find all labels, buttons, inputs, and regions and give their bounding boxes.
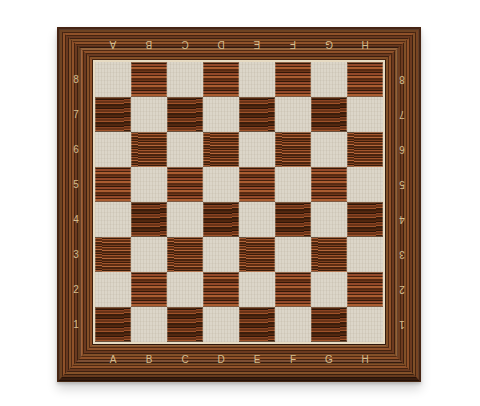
square-a3[interactable] [95, 237, 131, 272]
square-b1[interactable] [131, 307, 167, 342]
square-b3[interactable] [131, 237, 167, 272]
rank-label-right-6: 6 [383, 132, 421, 167]
square-d5[interactable] [203, 167, 239, 202]
square-f3[interactable] [275, 237, 311, 272]
file-label-top-b: B [131, 27, 167, 62]
square-a7[interactable] [95, 97, 131, 132]
square-c2[interactable] [167, 272, 203, 307]
square-g8[interactable] [311, 62, 347, 97]
board-grid [95, 62, 383, 342]
square-e3[interactable] [239, 237, 275, 272]
square-g6[interactable] [311, 132, 347, 167]
square-e6[interactable] [239, 132, 275, 167]
rank-label-left-6: 6 [57, 132, 95, 167]
square-b8[interactable] [131, 62, 167, 97]
square-a4[interactable] [95, 202, 131, 237]
square-f8[interactable] [275, 62, 311, 97]
rank-labels-right: 87654321 [383, 62, 421, 342]
square-g7[interactable] [311, 97, 347, 132]
square-h3[interactable] [347, 237, 383, 272]
rank-label-right-3: 3 [383, 237, 421, 272]
square-a6[interactable] [95, 132, 131, 167]
rank-label-left-4: 4 [57, 202, 95, 237]
chess-board: ABCDEFGH ABCDEFGH 87654321 87654321 [57, 27, 421, 382]
rank-label-right-2: 2 [383, 272, 421, 307]
square-e7[interactable] [239, 97, 275, 132]
square-h8[interactable] [347, 62, 383, 97]
square-c3[interactable] [167, 237, 203, 272]
square-a1[interactable] [95, 307, 131, 342]
square-g3[interactable] [311, 237, 347, 272]
file-label-bottom-d: D [203, 342, 239, 382]
file-labels-top: ABCDEFGH [95, 27, 383, 62]
rank-label-left-1: 1 [57, 307, 95, 342]
square-d3[interactable] [203, 237, 239, 272]
square-f5[interactable] [275, 167, 311, 202]
square-d2[interactable] [203, 272, 239, 307]
square-h7[interactable] [347, 97, 383, 132]
square-d1[interactable] [203, 307, 239, 342]
rank-label-right-8: 8 [383, 62, 421, 97]
square-h1[interactable] [347, 307, 383, 342]
file-label-top-h: H [347, 27, 383, 62]
square-f2[interactable] [275, 272, 311, 307]
square-g1[interactable] [311, 307, 347, 342]
square-h6[interactable] [347, 132, 383, 167]
square-d6[interactable] [203, 132, 239, 167]
square-e5[interactable] [239, 167, 275, 202]
square-g5[interactable] [311, 167, 347, 202]
square-e8[interactable] [239, 62, 275, 97]
square-b4[interactable] [131, 202, 167, 237]
file-label-bottom-h: H [347, 342, 383, 382]
square-d4[interactable] [203, 202, 239, 237]
file-label-top-d: D [203, 27, 239, 62]
file-label-top-e: E [239, 27, 275, 62]
square-d7[interactable] [203, 97, 239, 132]
square-c8[interactable] [167, 62, 203, 97]
file-label-bottom-b: B [131, 342, 167, 382]
square-h4[interactable] [347, 202, 383, 237]
rank-label-left-3: 3 [57, 237, 95, 272]
file-label-bottom-e: E [239, 342, 275, 382]
product-photo-stage: ABCDEFGH ABCDEFGH 87654321 87654321 [0, 0, 480, 406]
square-f4[interactable] [275, 202, 311, 237]
file-label-top-a: A [95, 27, 131, 62]
square-f6[interactable] [275, 132, 311, 167]
rank-label-right-7: 7 [383, 97, 421, 132]
file-label-bottom-f: F [275, 342, 311, 382]
square-c6[interactable] [167, 132, 203, 167]
square-c5[interactable] [167, 167, 203, 202]
file-label-top-f: F [275, 27, 311, 62]
square-b6[interactable] [131, 132, 167, 167]
rank-label-left-8: 8 [57, 62, 95, 97]
rank-label-left-7: 7 [57, 97, 95, 132]
square-h2[interactable] [347, 272, 383, 307]
file-label-bottom-c: C [167, 342, 203, 382]
square-b5[interactable] [131, 167, 167, 202]
square-h5[interactable] [347, 167, 383, 202]
square-a8[interactable] [95, 62, 131, 97]
rank-label-left-5: 5 [57, 167, 95, 202]
square-e4[interactable] [239, 202, 275, 237]
square-e2[interactable] [239, 272, 275, 307]
rank-labels-left: 87654321 [57, 62, 95, 342]
square-g4[interactable] [311, 202, 347, 237]
square-b7[interactable] [131, 97, 167, 132]
rank-label-right-5: 5 [383, 167, 421, 202]
file-label-bottom-a: A [95, 342, 131, 382]
rank-label-right-4: 4 [383, 202, 421, 237]
file-labels-bottom: ABCDEFGH [95, 342, 383, 382]
square-c7[interactable] [167, 97, 203, 132]
square-g2[interactable] [311, 272, 347, 307]
square-f1[interactable] [275, 307, 311, 342]
square-a5[interactable] [95, 167, 131, 202]
square-b2[interactable] [131, 272, 167, 307]
square-a2[interactable] [95, 272, 131, 307]
file-label-top-c: C [167, 27, 203, 62]
square-f7[interactable] [275, 97, 311, 132]
square-c1[interactable] [167, 307, 203, 342]
file-label-top-g: G [311, 27, 347, 62]
square-c4[interactable] [167, 202, 203, 237]
square-d8[interactable] [203, 62, 239, 97]
board-field [93, 60, 385, 344]
square-e1[interactable] [239, 307, 275, 342]
rank-label-left-2: 2 [57, 272, 95, 307]
file-label-bottom-g: G [311, 342, 347, 382]
rank-label-right-1: 1 [383, 307, 421, 342]
